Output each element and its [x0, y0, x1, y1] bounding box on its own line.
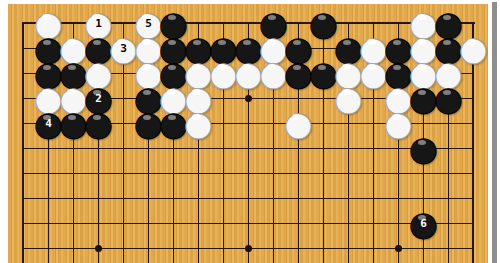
intersection-9-8[interactable]: [236, 211, 261, 236]
intersection-14-3[interactable]: [361, 86, 386, 111]
white-stone: ●: [386, 111, 411, 136]
white-stone: ●1: [86, 11, 111, 36]
white-stone: ●3: [111, 36, 136, 61]
intersection-13-5[interactable]: [336, 136, 361, 161]
intersection-9-9[interactable]: [236, 236, 261, 261]
go-board[interactable]: ●●1●5●●●●●●●●●3●●●●●●●●●●●●●●●●●●●●●●●●●…: [8, 4, 488, 263]
move-number-label: 2: [86, 86, 111, 111]
intersection-14-9[interactable]: [361, 236, 386, 261]
go-diagram: ●●1●5●●●●●●●●●3●●●●●●●●●●●●●●●●●●●●●●●●●…: [0, 0, 500, 263]
intersection-14-6[interactable]: [361, 161, 386, 186]
intersection-13-6[interactable]: [336, 161, 361, 186]
intersection-7-9[interactable]: [186, 236, 211, 261]
intersection-10-8[interactable]: [261, 211, 286, 236]
intersection-0-7[interactable]: [11, 186, 36, 211]
intersection-15-9[interactable]: [386, 236, 411, 261]
intersection-12-6[interactable]: [311, 161, 336, 186]
intersection-7-7[interactable]: [186, 186, 211, 211]
intersection-18-2[interactable]: [461, 61, 486, 86]
intersection-4-9[interactable]: [111, 236, 136, 261]
intersection-5-7[interactable]: [136, 186, 161, 211]
intersection-8-2[interactable]: ●: [211, 61, 236, 86]
intersection-12-8[interactable]: [311, 211, 336, 236]
intersection-10-9[interactable]: [261, 236, 286, 261]
intersection-0-1[interactable]: [11, 36, 36, 61]
intersection-6-4[interactable]: ●: [161, 111, 186, 136]
intersection-13-4[interactable]: [336, 111, 361, 136]
intersection-8-7[interactable]: [211, 186, 236, 211]
black-stone: ●: [411, 136, 436, 161]
intersection-18-4[interactable]: [461, 111, 486, 136]
intersection-17-3[interactable]: ●: [436, 86, 461, 111]
intersection-3-7[interactable]: [86, 186, 111, 211]
move-number-label: 6: [411, 211, 436, 236]
intersection-13-3[interactable]: ●: [336, 86, 361, 111]
intersection-14-4[interactable]: [361, 111, 386, 136]
intersection-16-5[interactable]: ●: [411, 136, 436, 161]
intersection-4-6[interactable]: [111, 161, 136, 186]
intersection-14-7[interactable]: [361, 186, 386, 211]
stone-glyph: ●: [409, 131, 438, 164]
intersection-17-7[interactable]: [436, 186, 461, 211]
stone-glyph: ●: [184, 106, 213, 139]
black-stone: ●4: [36, 111, 61, 136]
intersection-13-8[interactable]: [336, 211, 361, 236]
stone-glyph: ●: [284, 106, 313, 139]
intersection-11-4[interactable]: ●: [286, 111, 311, 136]
intersection-1-8[interactable]: [36, 211, 61, 236]
intersection-9-7[interactable]: [236, 186, 261, 211]
intersection-7-4[interactable]: ●: [186, 111, 211, 136]
intersection-17-8[interactable]: [436, 211, 461, 236]
intersection-2-7[interactable]: [61, 186, 86, 211]
intersection-3-6[interactable]: [86, 161, 111, 186]
intersection-16-6[interactable]: [411, 161, 436, 186]
intersection-6-9[interactable]: [161, 236, 186, 261]
move-number-label: 5: [136, 11, 161, 36]
white-stone: ●: [211, 61, 236, 86]
stone-glyph: ●: [84, 106, 113, 139]
intersection-9-5[interactable]: [236, 136, 261, 161]
move-number-label: 1: [86, 11, 111, 36]
intersection-1-7[interactable]: [36, 186, 61, 211]
intersection-12-3[interactable]: [311, 86, 336, 111]
intersection-15-5[interactable]: [386, 136, 411, 161]
intersection-13-7[interactable]: [336, 186, 361, 211]
black-stone: ●: [311, 11, 336, 36]
intersection-0-4[interactable]: [11, 111, 36, 136]
intersection-5-0[interactable]: ●5: [136, 11, 161, 36]
intersection-10-6[interactable]: [261, 161, 286, 186]
intersection-16-9[interactable]: [411, 236, 436, 261]
intersection-0-6[interactable]: [11, 161, 36, 186]
intersection-14-5[interactable]: [361, 136, 386, 161]
intersection-3-9[interactable]: [86, 236, 111, 261]
intersection-4-4[interactable]: [111, 111, 136, 136]
white-stone: ●: [461, 36, 486, 61]
intersection-8-9[interactable]: [211, 236, 236, 261]
intersection-6-8[interactable]: [161, 211, 186, 236]
intersection-1-6[interactable]: [36, 161, 61, 186]
intersection-1-5[interactable]: [36, 136, 61, 161]
intersection-4-2[interactable]: [111, 61, 136, 86]
stone-glyph: ●: [459, 31, 488, 64]
intersection-17-5[interactable]: [436, 136, 461, 161]
stone-glyph: ●: [334, 81, 363, 114]
intersection-3-3[interactable]: ●2: [86, 86, 111, 111]
intersection-3-5[interactable]: [86, 136, 111, 161]
intersection-10-4[interactable]: [261, 111, 286, 136]
intersection-8-5[interactable]: [211, 136, 236, 161]
move-number-label: 4: [36, 111, 61, 136]
move-number-label: 3: [111, 36, 136, 61]
black-stone: ●: [411, 86, 436, 111]
intersection-14-2[interactable]: ●: [361, 61, 386, 86]
intersection-1-9[interactable]: [36, 236, 61, 261]
intersection-5-4[interactable]: ●: [136, 111, 161, 136]
intersection-2-6[interactable]: [61, 161, 86, 186]
intersection-11-8[interactable]: [286, 211, 311, 236]
intersection-4-3[interactable]: [111, 86, 136, 111]
black-stone: ●: [311, 61, 336, 86]
intersection-17-9[interactable]: [436, 236, 461, 261]
intersection-18-5[interactable]: [461, 136, 486, 161]
intersection-12-9[interactable]: [311, 236, 336, 261]
white-stone: ●: [361, 61, 386, 86]
white-stone: ●: [286, 111, 311, 136]
intersection-18-8[interactable]: [461, 211, 486, 236]
intersection-9-6[interactable]: [236, 161, 261, 186]
intersection-18-9[interactable]: [461, 236, 486, 261]
intersection-2-5[interactable]: [61, 136, 86, 161]
intersection-0-3[interactable]: [11, 86, 36, 111]
intersection-0-9[interactable]: [11, 236, 36, 261]
intersection-12-5[interactable]: [311, 136, 336, 161]
intersection-6-7[interactable]: [161, 186, 186, 211]
black-stone: ●2: [86, 86, 111, 111]
intersection-8-6[interactable]: [211, 161, 236, 186]
intersection-9-3[interactable]: [236, 86, 261, 111]
intersection-11-6[interactable]: [286, 161, 311, 186]
intersection-5-6[interactable]: [136, 161, 161, 186]
black-stone: ●: [86, 111, 111, 136]
intersection-4-8[interactable]: [111, 211, 136, 236]
intersection-10-2[interactable]: ●: [261, 61, 286, 86]
intersection-11-9[interactable]: [286, 236, 311, 261]
intersection-8-3[interactable]: [211, 86, 236, 111]
intersection-6-6[interactable]: [161, 161, 186, 186]
intersection-2-8[interactable]: [61, 211, 86, 236]
intersection-0-5[interactable]: [11, 136, 36, 161]
intersection-15-8[interactable]: [386, 211, 411, 236]
intersection-18-1[interactable]: ●: [461, 36, 486, 61]
black-stone: ●: [136, 111, 161, 136]
intersection-7-6[interactable]: [186, 161, 211, 186]
intersection-15-6[interactable]: [386, 161, 411, 186]
intersection-16-8[interactable]: ●6: [411, 211, 436, 236]
intersection-12-0[interactable]: ●: [311, 11, 336, 36]
intersection-17-6[interactable]: [436, 161, 461, 186]
intersection-7-8[interactable]: [186, 211, 211, 236]
intersection-17-4[interactable]: [436, 111, 461, 136]
intersection-11-2[interactable]: ●: [286, 61, 311, 86]
intersection-12-2[interactable]: ●: [311, 61, 336, 86]
intersection-0-8[interactable]: [11, 211, 36, 236]
window-right-shadow: [492, 2, 497, 263]
intersection-0-2[interactable]: [11, 61, 36, 86]
intersection-18-6[interactable]: [461, 161, 486, 186]
intersection-12-4[interactable]: [311, 111, 336, 136]
intersection-2-9[interactable]: [61, 236, 86, 261]
intersection-9-2[interactable]: ●: [236, 61, 261, 86]
white-stone: ●: [336, 86, 361, 111]
intersection-13-9[interactable]: [336, 236, 361, 261]
intersection-10-3[interactable]: [261, 86, 286, 111]
intersection-14-8[interactable]: [361, 211, 386, 236]
black-stone: ●: [61, 111, 86, 136]
board-grid: ●●1●5●●●●●●●●●3●●●●●●●●●●●●●●●●●●●●●●●●●…: [11, 11, 486, 261]
intersection-7-5[interactable]: [186, 136, 211, 161]
white-stone: ●: [261, 61, 286, 86]
intersection-9-4[interactable]: [236, 111, 261, 136]
black-stone: ●: [286, 61, 311, 86]
intersection-3-0[interactable]: ●1: [86, 11, 111, 36]
intersection-2-4[interactable]: ●: [61, 111, 86, 136]
stone-glyph: ●: [434, 81, 463, 114]
intersection-10-7[interactable]: [261, 186, 286, 211]
white-stone: ●: [236, 61, 261, 86]
black-stone: ●: [161, 111, 186, 136]
intersection-5-9[interactable]: [136, 236, 161, 261]
intersection-8-8[interactable]: [211, 211, 236, 236]
black-stone: ●: [436, 86, 461, 111]
intersection-8-4[interactable]: [211, 111, 236, 136]
intersection-12-7[interactable]: [311, 186, 336, 211]
intersection-4-5[interactable]: [111, 136, 136, 161]
intersection-11-5[interactable]: [286, 136, 311, 161]
intersection-1-4[interactable]: ●4: [36, 111, 61, 136]
intersection-11-7[interactable]: [286, 186, 311, 211]
intersection-6-5[interactable]: [161, 136, 186, 161]
intersection-18-3[interactable]: [461, 86, 486, 111]
intersection-16-3[interactable]: ●: [411, 86, 436, 111]
intersection-4-1[interactable]: ●3: [111, 36, 136, 61]
white-stone: ●: [186, 111, 211, 136]
white-stone: ●5: [136, 11, 161, 36]
intersection-15-7[interactable]: [386, 186, 411, 211]
intersection-18-7[interactable]: [461, 186, 486, 211]
intersection-15-4[interactable]: ●: [386, 111, 411, 136]
intersection-0-0[interactable]: [11, 11, 36, 36]
intersection-5-5[interactable]: [136, 136, 161, 161]
intersection-4-7[interactable]: [111, 186, 136, 211]
intersection-10-5[interactable]: [261, 136, 286, 161]
intersection-3-4[interactable]: ●: [86, 111, 111, 136]
intersection-5-8[interactable]: [136, 211, 161, 236]
intersection-3-8[interactable]: [86, 211, 111, 236]
black-stone: ●6: [411, 211, 436, 236]
